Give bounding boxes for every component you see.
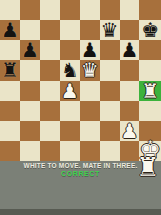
black-rook: ♜ <box>1 60 19 80</box>
square-c2[interactable] <box>40 121 60 141</box>
square-a5[interactable]: ♜ <box>0 60 20 80</box>
square-b3[interactable] <box>20 101 40 121</box>
square-f6[interactable] <box>100 40 120 60</box>
square-f2[interactable] <box>100 121 120 141</box>
square-h4[interactable]: ♜ <box>139 81 161 101</box>
square-e3[interactable] <box>80 101 100 121</box>
black-pawn: ♟ <box>121 40 139 60</box>
white-pawn: ♟ <box>121 121 139 141</box>
square-h5[interactable] <box>139 60 161 80</box>
square-g3[interactable] <box>120 101 140 121</box>
square-h8[interactable] <box>139 0 161 20</box>
square-c6[interactable] <box>40 40 60 60</box>
square-a1[interactable] <box>0 141 20 161</box>
square-a7[interactable]: ♟ <box>0 20 20 40</box>
square-g6[interactable]: ♟ <box>120 40 140 60</box>
square-e4[interactable] <box>80 81 100 101</box>
square-f3[interactable] <box>100 101 120 121</box>
square-b4[interactable] <box>20 81 40 101</box>
floating-rook-decoration: ♜ <box>135 152 161 182</box>
square-h2[interactable] <box>139 121 161 141</box>
square-c8[interactable] <box>40 0 60 20</box>
square-f7[interactable]: ♛ <box>100 20 120 40</box>
square-e5[interactable]: ♛ <box>80 60 100 80</box>
black-pawn: ♟ <box>81 40 99 60</box>
square-e2[interactable] <box>80 121 100 141</box>
white-rook: ♜ <box>141 81 159 101</box>
square-d7[interactable] <box>60 20 80 40</box>
square-g7[interactable] <box>120 20 140 40</box>
square-a8[interactable] <box>0 0 20 20</box>
square-f1[interactable] <box>100 141 120 161</box>
square-d4[interactable]: ♟ <box>60 81 80 101</box>
square-d6[interactable] <box>60 40 80 60</box>
square-d5[interactable]: ♞ <box>60 60 80 80</box>
square-h6[interactable] <box>139 40 161 60</box>
black-pawn: ♟ <box>21 40 39 60</box>
square-b2[interactable] <box>20 121 40 141</box>
white-pawn: ♟ <box>61 81 79 101</box>
square-b1[interactable] <box>20 141 40 161</box>
black-king: ♚ <box>141 20 159 40</box>
square-a2[interactable] <box>0 121 20 141</box>
square-d1[interactable] <box>60 141 80 161</box>
square-d3[interactable] <box>60 101 80 121</box>
square-g4[interactable] <box>120 81 140 101</box>
black-queen: ♛ <box>101 20 119 40</box>
square-c1[interactable] <box>40 141 60 161</box>
square-g2[interactable]: ♟ <box>120 121 140 141</box>
square-a6[interactable] <box>0 40 20 60</box>
square-b6[interactable]: ♟ <box>20 40 40 60</box>
square-c5[interactable] <box>40 60 60 80</box>
square-g5[interactable] <box>120 60 140 80</box>
footer-strip <box>0 209 161 215</box>
square-g8[interactable] <box>120 0 140 20</box>
black-pawn: ♟ <box>1 20 19 40</box>
white-queen: ♛ <box>81 60 99 80</box>
white-rook-decoration: ♜ <box>136 154 159 180</box>
square-c4[interactable] <box>40 81 60 101</box>
square-f5[interactable] <box>100 60 120 80</box>
square-b8[interactable] <box>20 0 40 20</box>
square-f4[interactable] <box>100 81 120 101</box>
black-knight: ♞ <box>61 60 79 80</box>
square-e7[interactable] <box>80 20 100 40</box>
square-d2[interactable] <box>60 121 80 141</box>
square-b5[interactable] <box>20 60 40 80</box>
square-f8[interactable] <box>100 0 120 20</box>
square-a3[interactable] <box>0 101 20 121</box>
square-c3[interactable] <box>40 101 60 121</box>
square-h7[interactable]: ♚ <box>139 20 161 40</box>
square-c7[interactable] <box>40 20 60 40</box>
square-b7[interactable] <box>20 20 40 40</box>
square-e1[interactable] <box>80 141 100 161</box>
square-e8[interactable] <box>80 0 100 20</box>
chess-board: ♟♛♚♟♟♟♜♞♛♟♜♟♚ <box>0 0 161 161</box>
square-e6[interactable]: ♟ <box>80 40 100 60</box>
square-a4[interactable] <box>0 81 20 101</box>
square-h3[interactable] <box>139 101 161 121</box>
square-d8[interactable] <box>60 0 80 20</box>
